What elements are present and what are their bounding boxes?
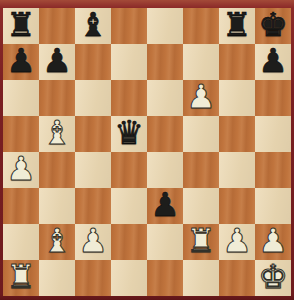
square-h5[interactable] — [255, 116, 291, 152]
square-b2[interactable]: ♝ — [39, 224, 75, 260]
square-h6[interactable] — [255, 80, 291, 116]
square-f4[interactable] — [183, 152, 219, 188]
square-d7[interactable] — [111, 44, 147, 80]
square-b3[interactable] — [39, 188, 75, 224]
square-h2[interactable]: ♟ — [255, 224, 291, 260]
square-f8[interactable] — [183, 8, 219, 44]
square-g4[interactable] — [219, 152, 255, 188]
piece-white-rook[interactable]: ♜ — [6, 259, 36, 295]
square-a2[interactable] — [3, 224, 39, 260]
square-h1[interactable]: ♚ — [255, 260, 291, 296]
square-g5[interactable] — [219, 116, 255, 152]
square-h3[interactable] — [255, 188, 291, 224]
piece-white-bishop[interactable]: ♝ — [42, 223, 72, 259]
square-c3[interactable] — [75, 188, 111, 224]
square-g2[interactable]: ♟ — [219, 224, 255, 260]
piece-black-king[interactable]: ♚ — [258, 7, 288, 43]
square-c6[interactable] — [75, 80, 111, 116]
piece-white-pawn[interactable]: ♟ — [258, 223, 288, 259]
square-d8[interactable] — [111, 8, 147, 44]
square-f2[interactable]: ♜ — [183, 224, 219, 260]
square-g3[interactable] — [219, 188, 255, 224]
square-c1[interactable] — [75, 260, 111, 296]
piece-black-pawn[interactable]: ♟ — [150, 187, 180, 223]
piece-white-pawn[interactable]: ♟ — [78, 223, 108, 259]
square-b7[interactable]: ♟ — [39, 44, 75, 80]
board-frame: ♜♝♜♚♟♟♟♟♝♛♟♟♝♟♜♟♟♜♚ — [0, 0, 294, 300]
square-c8[interactable]: ♝ — [75, 8, 111, 44]
square-e1[interactable] — [147, 260, 183, 296]
square-c2[interactable]: ♟ — [75, 224, 111, 260]
square-f7[interactable] — [183, 44, 219, 80]
square-b1[interactable] — [39, 260, 75, 296]
piece-black-bishop[interactable]: ♝ — [78, 7, 108, 43]
piece-white-bishop[interactable]: ♝ — [42, 115, 72, 151]
square-g1[interactable] — [219, 260, 255, 296]
piece-white-pawn[interactable]: ♟ — [186, 79, 216, 115]
square-h7[interactable]: ♟ — [255, 44, 291, 80]
square-b4[interactable] — [39, 152, 75, 188]
piece-black-rook[interactable]: ♜ — [6, 7, 36, 43]
square-d4[interactable] — [111, 152, 147, 188]
square-c5[interactable] — [75, 116, 111, 152]
square-h4[interactable] — [255, 152, 291, 188]
square-d2[interactable] — [111, 224, 147, 260]
square-a8[interactable]: ♜ — [3, 8, 39, 44]
chess-board: ♜♝♜♚♟♟♟♟♝♛♟♟♝♟♜♟♟♜♚ — [3, 8, 291, 296]
square-e8[interactable] — [147, 8, 183, 44]
square-e2[interactable] — [147, 224, 183, 260]
piece-black-queen[interactable]: ♛ — [114, 115, 144, 151]
square-f1[interactable] — [183, 260, 219, 296]
square-b8[interactable] — [39, 8, 75, 44]
square-a1[interactable]: ♜ — [3, 260, 39, 296]
square-a4[interactable]: ♟ — [3, 152, 39, 188]
piece-black-pawn[interactable]: ♟ — [42, 43, 72, 79]
square-e6[interactable] — [147, 80, 183, 116]
square-e5[interactable] — [147, 116, 183, 152]
piece-black-pawn[interactable]: ♟ — [6, 43, 36, 79]
square-d6[interactable] — [111, 80, 147, 116]
square-b5[interactable]: ♝ — [39, 116, 75, 152]
square-d5[interactable]: ♛ — [111, 116, 147, 152]
square-e4[interactable] — [147, 152, 183, 188]
square-f5[interactable] — [183, 116, 219, 152]
piece-black-rook[interactable]: ♜ — [222, 7, 252, 43]
square-c4[interactable] — [75, 152, 111, 188]
square-g7[interactable] — [219, 44, 255, 80]
piece-white-rook[interactable]: ♜ — [186, 223, 216, 259]
square-g8[interactable]: ♜ — [219, 8, 255, 44]
piece-white-pawn[interactable]: ♟ — [222, 223, 252, 259]
square-a5[interactable] — [3, 116, 39, 152]
square-a3[interactable] — [3, 188, 39, 224]
piece-white-pawn[interactable]: ♟ — [6, 151, 36, 187]
piece-black-pawn[interactable]: ♟ — [258, 43, 288, 79]
square-a7[interactable]: ♟ — [3, 44, 39, 80]
square-e3[interactable]: ♟ — [147, 188, 183, 224]
square-b6[interactable] — [39, 80, 75, 116]
square-e7[interactable] — [147, 44, 183, 80]
square-f6[interactable]: ♟ — [183, 80, 219, 116]
square-f3[interactable] — [183, 188, 219, 224]
square-d3[interactable] — [111, 188, 147, 224]
square-d1[interactable] — [111, 260, 147, 296]
piece-white-king[interactable]: ♚ — [258, 259, 288, 295]
square-h8[interactable]: ♚ — [255, 8, 291, 44]
square-c7[interactable] — [75, 44, 111, 80]
square-g6[interactable] — [219, 80, 255, 116]
square-a6[interactable] — [3, 80, 39, 116]
